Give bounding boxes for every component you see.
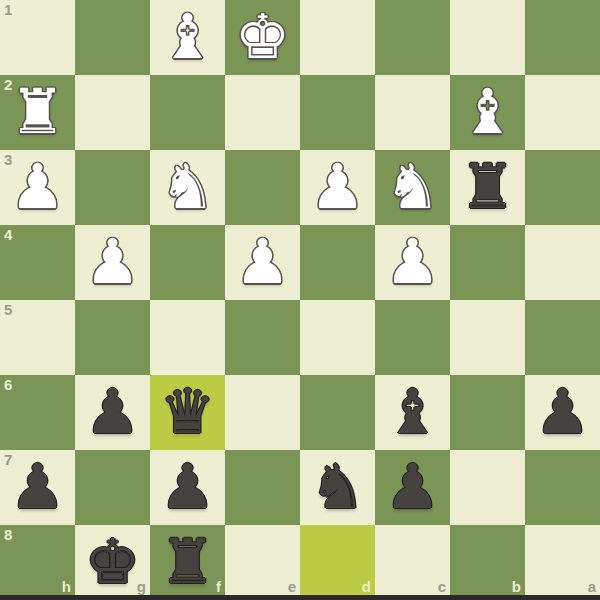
piece-black-pawn-g6[interactable]: ♟ [85, 381, 141, 443]
square-g8[interactable]: g♚ [75, 525, 150, 600]
square-g3[interactable] [75, 150, 150, 225]
square-g6[interactable]: ♟ [75, 375, 150, 450]
square-b2[interactable]: ♝ [450, 75, 525, 150]
rank-label-1: 1 [4, 2, 12, 17]
square-a6[interactable]: ♟ [525, 375, 600, 450]
square-h1[interactable]: 1 [0, 0, 75, 75]
square-f6[interactable]: ♛ [150, 375, 225, 450]
piece-white-bishop-b2[interactable]: ♝ [460, 81, 516, 143]
piece-black-pawn-c7[interactable]: ♟ [385, 456, 441, 518]
square-b3[interactable]: ♜ [450, 150, 525, 225]
square-h2[interactable]: 2♜ [0, 75, 75, 150]
square-e4[interactable]: ♟ [225, 225, 300, 300]
square-f7[interactable]: ♟ [150, 450, 225, 525]
square-g5[interactable] [75, 300, 150, 375]
rank-label-4: 4 [4, 227, 12, 242]
file-label-f: f [216, 579, 221, 594]
square-d1[interactable] [300, 0, 375, 75]
square-f3[interactable]: ♞ [150, 150, 225, 225]
file-label-b: b [512, 579, 521, 594]
square-b7[interactable] [450, 450, 525, 525]
square-e6[interactable] [225, 375, 300, 450]
chess-board: 1♝♚2♜♝3♟♞♟♞♜4♟♟♟56♟♛♝♟7♟♟♞♟8hg♚f♜edcba [0, 0, 600, 600]
file-label-c: c [438, 579, 446, 594]
piece-black-knight-d7[interactable]: ♞ [310, 456, 366, 518]
square-h3[interactable]: 3♟ [0, 150, 75, 225]
square-h6[interactable]: 6 [0, 375, 75, 450]
square-f1[interactable]: ♝ [150, 0, 225, 75]
piece-black-pawn-h7[interactable]: ♟ [10, 456, 66, 518]
square-a5[interactable] [525, 300, 600, 375]
square-a3[interactable] [525, 150, 600, 225]
square-a4[interactable] [525, 225, 600, 300]
square-g2[interactable] [75, 75, 150, 150]
square-b1[interactable] [450, 0, 525, 75]
file-label-a: a [588, 579, 596, 594]
square-a8[interactable]: a [525, 525, 600, 600]
square-c4[interactable]: ♟ [375, 225, 450, 300]
square-d3[interactable]: ♟ [300, 150, 375, 225]
square-f8[interactable]: f♜ [150, 525, 225, 600]
square-e2[interactable] [225, 75, 300, 150]
square-e7[interactable] [225, 450, 300, 525]
square-f5[interactable] [150, 300, 225, 375]
square-g7[interactable] [75, 450, 150, 525]
piece-black-pawn-a6[interactable]: ♟ [535, 381, 591, 443]
piece-white-king-e1[interactable]: ♚ [235, 6, 291, 68]
piece-black-rook-f8[interactable]: ♜ [160, 531, 216, 593]
square-d5[interactable] [300, 300, 375, 375]
board-container: 1♝♚2♜♝3♟♞♟♞♜4♟♟♟56♟♛♝♟7♟♟♞♟8hg♚f♜edcba [0, 0, 600, 600]
square-h8[interactable]: 8h [0, 525, 75, 600]
square-b5[interactable] [450, 300, 525, 375]
file-label-h: h [62, 579, 71, 594]
square-e3[interactable] [225, 150, 300, 225]
piece-white-knight-f3[interactable]: ♞ [160, 156, 216, 218]
square-f4[interactable] [150, 225, 225, 300]
piece-white-bishop-f1[interactable]: ♝ [160, 6, 216, 68]
piece-black-bishop-c6[interactable]: ♝ [385, 381, 441, 443]
square-c7[interactable]: ♟ [375, 450, 450, 525]
file-label-d: d [362, 579, 371, 594]
square-d7[interactable]: ♞ [300, 450, 375, 525]
square-c1[interactable] [375, 0, 450, 75]
square-a1[interactable] [525, 0, 600, 75]
square-d8[interactable]: d [300, 525, 375, 600]
piece-white-knight-c3[interactable]: ♞ [385, 156, 441, 218]
square-c8[interactable]: c [375, 525, 450, 600]
piece-white-pawn-g4[interactable]: ♟ [85, 231, 141, 293]
piece-white-pawn-d3[interactable]: ♟ [310, 156, 366, 218]
square-e5[interactable] [225, 300, 300, 375]
square-g1[interactable] [75, 0, 150, 75]
square-d4[interactable] [300, 225, 375, 300]
square-a7[interactable] [525, 450, 600, 525]
bottom-bar [0, 595, 600, 600]
square-a2[interactable] [525, 75, 600, 150]
square-c6[interactable]: ♝ [375, 375, 450, 450]
square-c3[interactable]: ♞ [375, 150, 450, 225]
piece-black-king-g8[interactable]: ♚ [85, 531, 141, 593]
square-h7[interactable]: 7♟ [0, 450, 75, 525]
piece-white-pawn-h3[interactable]: ♟ [10, 156, 66, 218]
square-h5[interactable]: 5 [0, 300, 75, 375]
rank-label-6: 6 [4, 377, 12, 392]
square-b4[interactable] [450, 225, 525, 300]
square-c2[interactable] [375, 75, 450, 150]
square-d6[interactable] [300, 375, 375, 450]
square-e1[interactable]: ♚ [225, 0, 300, 75]
square-c5[interactable] [375, 300, 450, 375]
piece-white-rook-h2[interactable]: ♜ [10, 81, 66, 143]
piece-black-queen-f6[interactable]: ♛ [160, 381, 216, 443]
file-label-e: e [288, 579, 296, 594]
rank-label-8: 8 [4, 527, 12, 542]
square-b8[interactable]: b [450, 525, 525, 600]
piece-white-pawn-e4[interactable]: ♟ [235, 231, 291, 293]
square-d2[interactable] [300, 75, 375, 150]
piece-black-rook-b3[interactable]: ♜ [460, 156, 516, 218]
rank-label-5: 5 [4, 302, 12, 317]
piece-white-pawn-c4[interactable]: ♟ [385, 231, 441, 293]
square-g4[interactable]: ♟ [75, 225, 150, 300]
square-e8[interactable]: e [225, 525, 300, 600]
square-f2[interactable] [150, 75, 225, 150]
square-b6[interactable] [450, 375, 525, 450]
square-h4[interactable]: 4 [0, 225, 75, 300]
piece-black-pawn-f7[interactable]: ♟ [160, 456, 216, 518]
